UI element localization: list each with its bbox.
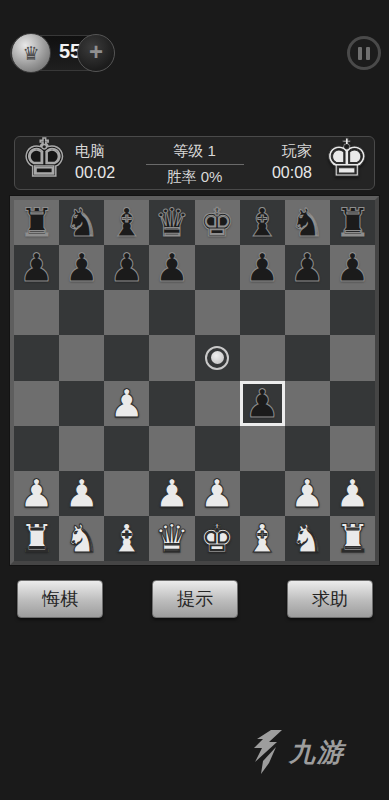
win-rate-label: 胜率 0%	[140, 168, 250, 187]
square-d6[interactable]	[149, 290, 194, 335]
square-h5[interactable]	[330, 335, 375, 380]
game-info-panel: ♚ 电脑 00:02 等级 1 胜率 0% 玩家 00:08 ♚	[14, 136, 375, 190]
black-pawn-h7[interactable]: ♟	[335, 245, 370, 290]
white-knight-b1[interactable]: ♞	[64, 516, 99, 561]
black-king-icon: ♚	[21, 132, 68, 184]
square-c6[interactable]	[104, 290, 149, 335]
white-king-e1[interactable]: ♚	[200, 516, 235, 561]
square-f6[interactable]	[240, 290, 285, 335]
square-d8[interactable]: ♛	[149, 200, 194, 245]
square-a2[interactable]: ♟	[14, 471, 59, 516]
square-g1[interactable]: ♞	[285, 516, 330, 561]
square-a7[interactable]: ♟	[14, 245, 59, 290]
black-pawn-f7[interactable]: ♟	[245, 245, 280, 290]
square-b7[interactable]: ♟	[59, 245, 104, 290]
computer-clock: 00:02	[75, 164, 115, 182]
coin-balance-pill: ♛ 55 +	[10, 35, 114, 71]
white-king-icon: ♚	[323, 132, 370, 184]
square-b5[interactable]	[59, 335, 104, 380]
white-knight-g1[interactable]: ♞	[290, 516, 325, 561]
pause-icon	[358, 47, 362, 60]
square-c1[interactable]: ♝	[104, 516, 149, 561]
square-f1[interactable]: ♝	[240, 516, 285, 561]
square-d4[interactable]	[149, 381, 194, 426]
help-button[interactable]: 求助	[287, 580, 373, 618]
square-c4[interactable]: ♟	[104, 381, 149, 426]
black-bishop-f8[interactable]: ♝	[245, 200, 280, 245]
square-b2[interactable]: ♟	[59, 471, 104, 516]
black-pawn-f4[interactable]: ♟	[245, 381, 280, 426]
jiuyou-logo: 九游	[249, 728, 345, 776]
coin-icon: ♛	[11, 33, 51, 73]
square-d7[interactable]: ♟	[149, 245, 194, 290]
square-c5[interactable]	[104, 335, 149, 380]
white-bishop-c1[interactable]: ♝	[109, 516, 144, 561]
level-info: 等级 1 胜率 0%	[140, 142, 250, 187]
divider	[146, 164, 244, 165]
black-knight-b8[interactable]: ♞	[64, 200, 99, 245]
hint-button[interactable]: 提示	[152, 580, 238, 618]
level-label: 等级 1	[140, 142, 250, 161]
square-e4[interactable]	[195, 381, 240, 426]
square-c8[interactable]: ♝	[104, 200, 149, 245]
black-king-e8[interactable]: ♚	[200, 200, 235, 245]
square-g5[interactable]	[285, 335, 330, 380]
white-pawn-b2[interactable]: ♟	[64, 471, 99, 516]
square-a3[interactable]	[14, 426, 59, 471]
computer-info: 电脑 00:02	[75, 142, 115, 182]
square-f3[interactable]	[240, 426, 285, 471]
black-rook-a8[interactable]: ♜	[19, 200, 54, 245]
black-pawn-a7[interactable]: ♟	[19, 245, 54, 290]
square-d5[interactable]	[149, 335, 194, 380]
jiuyou-logo-text: 九游	[289, 735, 345, 770]
player-name: 玩家	[272, 142, 312, 161]
square-d3[interactable]	[149, 426, 194, 471]
last-move-origin-marker	[205, 346, 229, 370]
square-g7[interactable]: ♟	[285, 245, 330, 290]
jiuyou-logo-icon	[249, 729, 283, 775]
black-bishop-c8[interactable]: ♝	[109, 200, 144, 245]
square-b1[interactable]: ♞	[59, 516, 104, 561]
square-d1[interactable]: ♛	[149, 516, 194, 561]
white-pawn-d2[interactable]: ♟	[154, 471, 189, 516]
square-e6[interactable]	[195, 290, 240, 335]
player-info: 玩家 00:08	[272, 142, 312, 182]
black-pawn-b7[interactable]: ♟	[64, 245, 99, 290]
white-rook-a1[interactable]: ♜	[19, 516, 54, 561]
square-e1[interactable]: ♚	[195, 516, 240, 561]
square-f5[interactable]	[240, 335, 285, 380]
pause-icon	[366, 47, 370, 60]
chess-board-frame: ♜♞♝♛♚♝♞♜♟♟♟♟♟♟♟♟♟♟♟♟♟♟♟♜♞♝♛♚♝♞♜	[10, 196, 379, 565]
square-h6[interactable]	[330, 290, 375, 335]
white-pawn-e2[interactable]: ♟	[200, 471, 235, 516]
square-h7[interactable]: ♟	[330, 245, 375, 290]
player-clock: 00:08	[272, 164, 312, 182]
black-knight-g8[interactable]: ♞	[290, 200, 325, 245]
black-rook-h8[interactable]: ♜	[335, 200, 370, 245]
square-f7[interactable]: ♟	[240, 245, 285, 290]
black-pawn-d7[interactable]: ♟	[154, 245, 189, 290]
square-d2[interactable]: ♟	[149, 471, 194, 516]
square-b4[interactable]	[59, 381, 104, 426]
square-c3[interactable]	[104, 426, 149, 471]
square-a1[interactable]: ♜	[14, 516, 59, 561]
white-bishop-f1[interactable]: ♝	[245, 516, 280, 561]
square-a8[interactable]: ♜	[14, 200, 59, 245]
square-a4[interactable]	[14, 381, 59, 426]
add-coins-button[interactable]: +	[77, 34, 115, 72]
square-c2[interactable]	[104, 471, 149, 516]
square-b6[interactable]	[59, 290, 104, 335]
black-queen-d8[interactable]: ♛	[154, 200, 189, 245]
square-e3[interactable]	[195, 426, 240, 471]
square-f2[interactable]	[240, 471, 285, 516]
white-pawn-c4[interactable]: ♟	[109, 381, 144, 426]
black-pawn-g7[interactable]: ♟	[290, 245, 325, 290]
square-h2[interactable]: ♟	[330, 471, 375, 516]
square-h3[interactable]	[330, 426, 375, 471]
square-e2[interactable]: ♟	[195, 471, 240, 516]
white-pawn-a2[interactable]: ♟	[19, 471, 54, 516]
square-f4[interactable]: ♟	[240, 381, 285, 426]
square-e5[interactable]	[195, 335, 240, 380]
square-g8[interactable]: ♞	[285, 200, 330, 245]
square-f8[interactable]: ♝	[240, 200, 285, 245]
square-c7[interactable]: ♟	[104, 245, 149, 290]
square-e8[interactable]: ♚	[195, 200, 240, 245]
undo-move-button[interactable]: 悔棋	[17, 580, 103, 618]
square-b8[interactable]: ♞	[59, 200, 104, 245]
pause-button[interactable]	[347, 36, 381, 70]
square-g6[interactable]	[285, 290, 330, 335]
square-h8[interactable]: ♜	[330, 200, 375, 245]
square-g4[interactable]	[285, 381, 330, 426]
square-a5[interactable]	[14, 335, 59, 380]
white-rook-h1[interactable]: ♜	[335, 516, 370, 561]
white-pawn-h2[interactable]: ♟	[335, 471, 370, 516]
square-g2[interactable]: ♟	[285, 471, 330, 516]
square-e7[interactable]	[195, 245, 240, 290]
square-a6[interactable]	[14, 290, 59, 335]
square-h4[interactable]	[330, 381, 375, 426]
chess-board[interactable]: ♜♞♝♛♚♝♞♜♟♟♟♟♟♟♟♟♟♟♟♟♟♟♟♜♞♝♛♚♝♞♜	[14, 200, 375, 561]
black-pawn-c7[interactable]: ♟	[109, 245, 144, 290]
white-queen-d1[interactable]: ♛	[154, 516, 189, 561]
square-g3[interactable]	[285, 426, 330, 471]
white-pawn-g2[interactable]: ♟	[290, 471, 325, 516]
square-b3[interactable]	[59, 426, 104, 471]
computer-name: 电脑	[75, 142, 115, 161]
square-h1[interactable]: ♜	[330, 516, 375, 561]
